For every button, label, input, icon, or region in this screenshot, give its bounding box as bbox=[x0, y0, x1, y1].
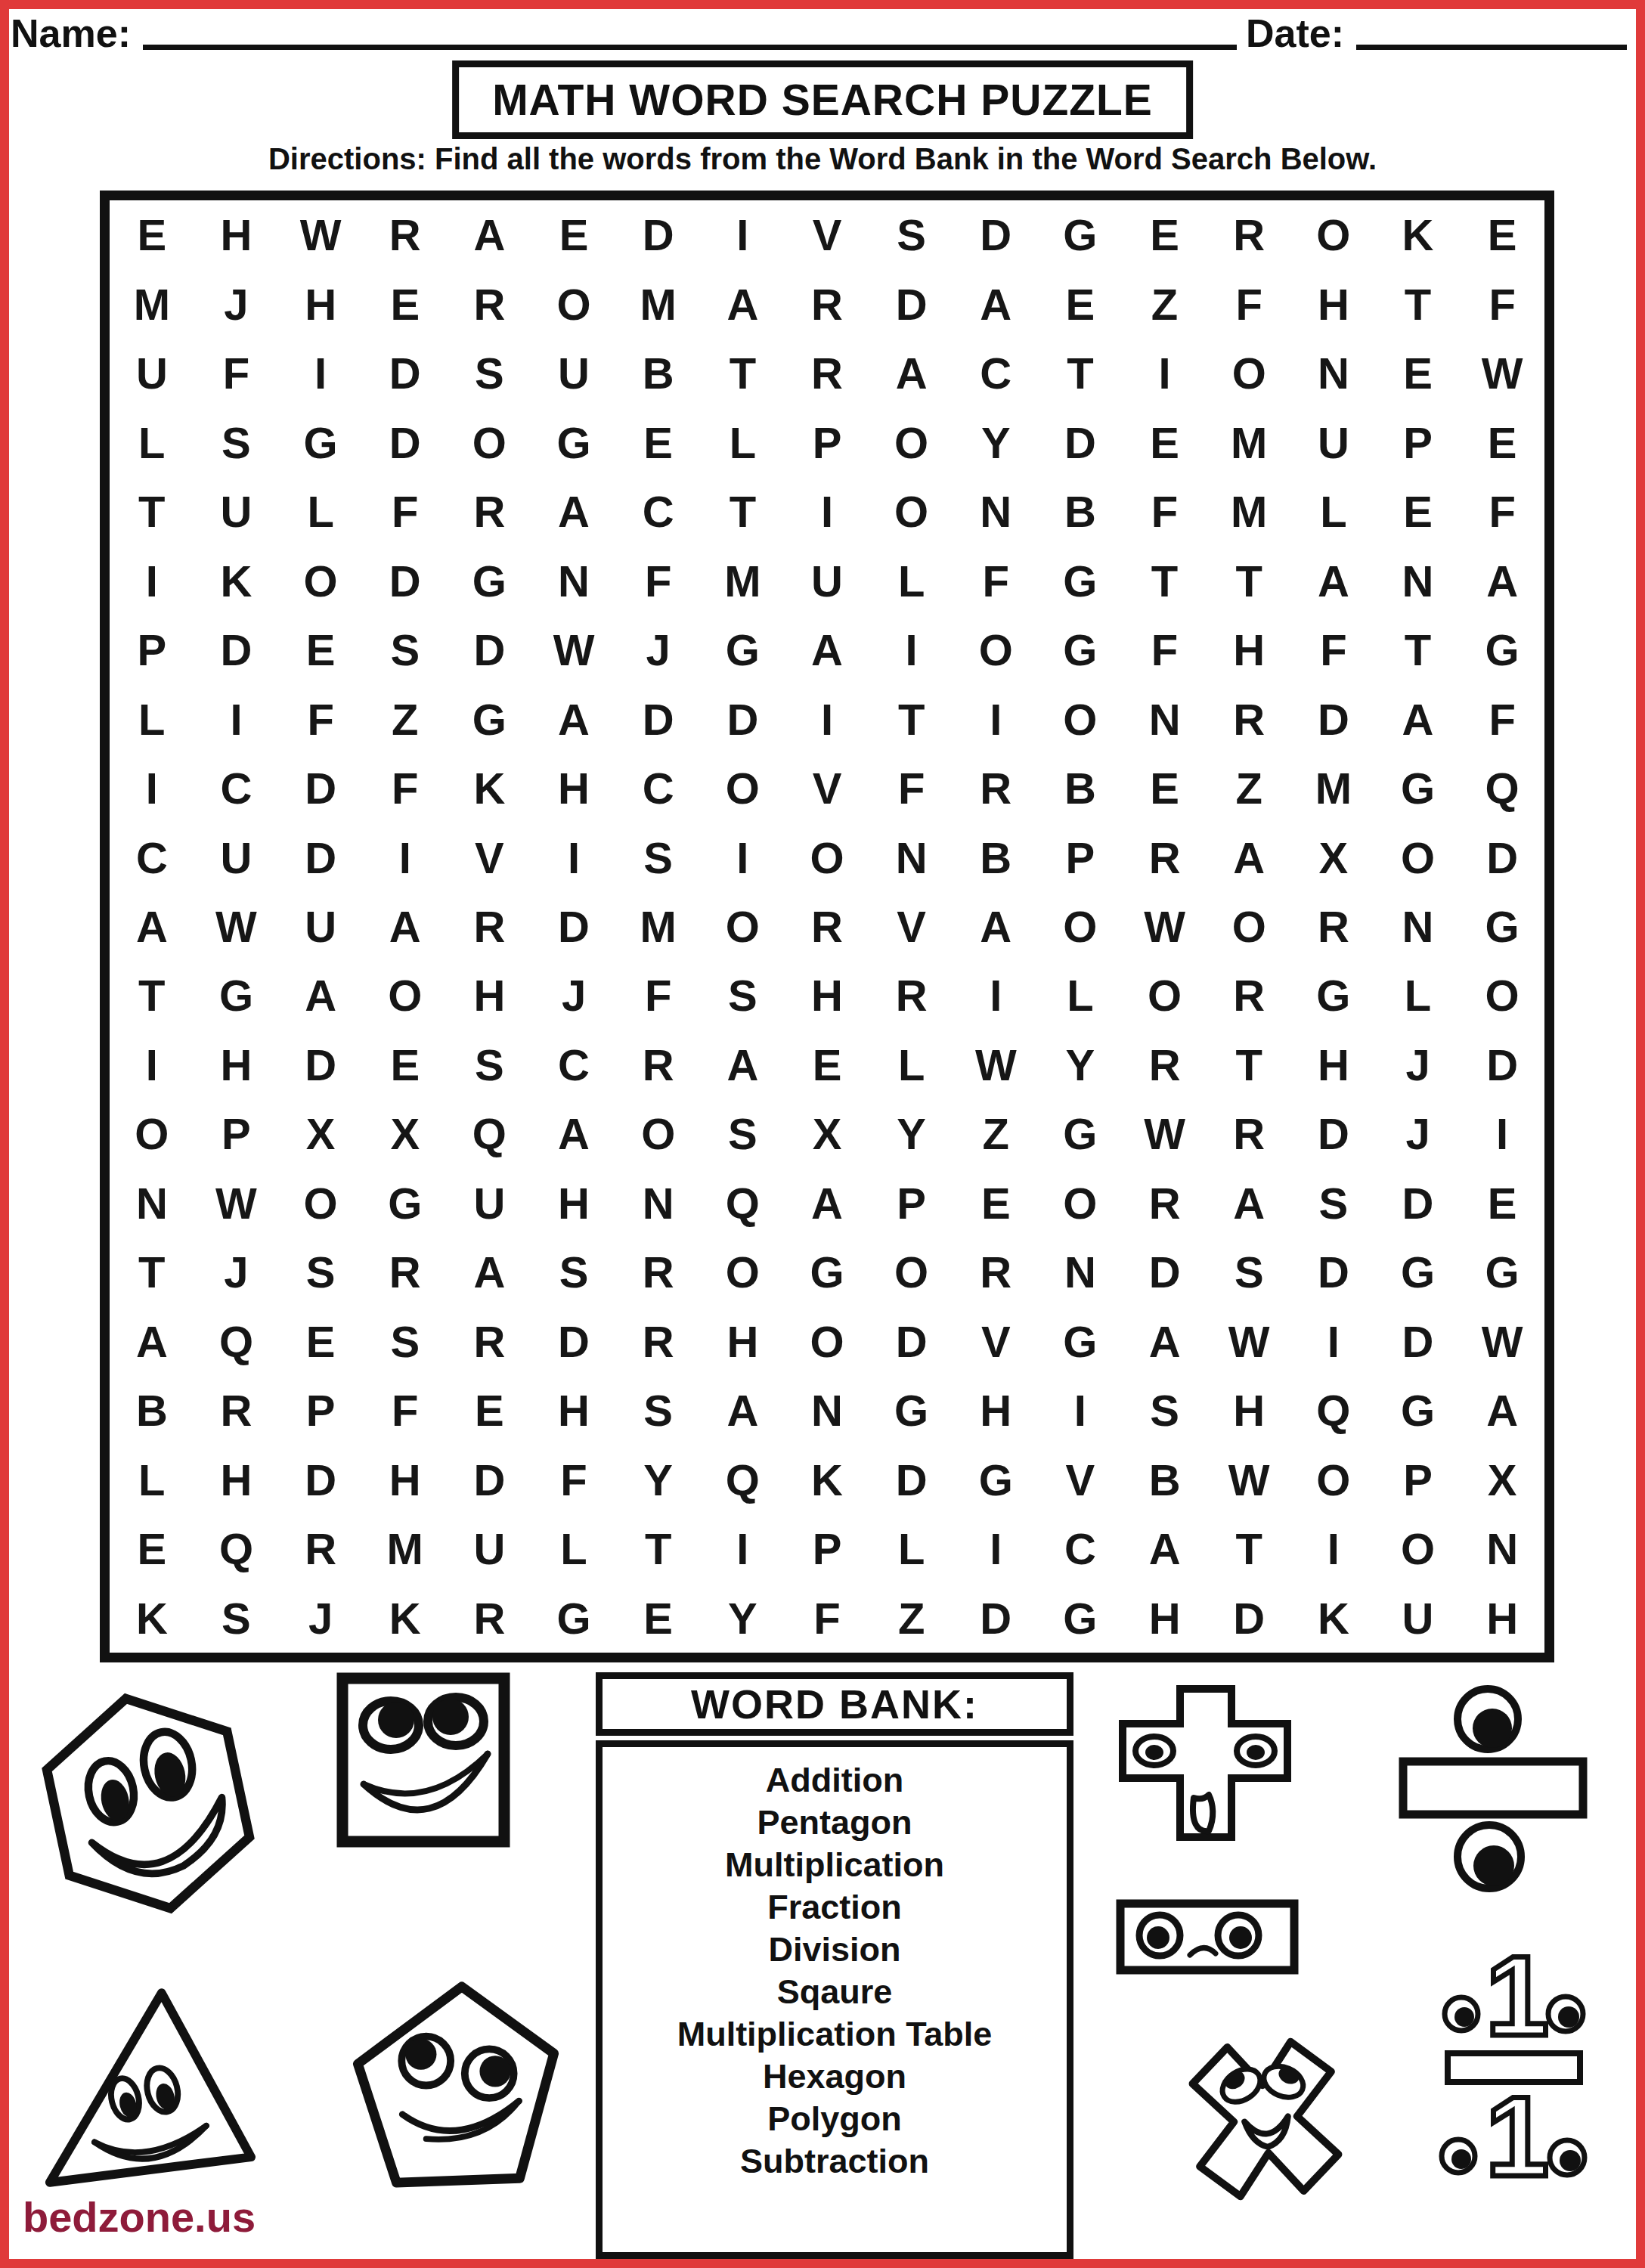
grid-cell-r14c8: S bbox=[701, 1099, 785, 1168]
grid-cell-r10c12: P bbox=[1038, 823, 1123, 891]
grid-cell-r13c13: R bbox=[1123, 1030, 1207, 1099]
grid-cell-r5c9: I bbox=[785, 477, 869, 546]
grid-cell-r11c6: D bbox=[531, 892, 616, 961]
grid-cell-r10c14: A bbox=[1207, 823, 1291, 891]
grid-cell-r5c1: T bbox=[110, 477, 194, 546]
grid-cell-r19c7: Y bbox=[616, 1445, 701, 1514]
grid-cell-r11c14: O bbox=[1207, 892, 1291, 961]
directions-text: Directions: Find all the words from the … bbox=[0, 142, 1645, 176]
grid-cell-r4c7: E bbox=[616, 407, 701, 476]
hexagon-face-icon bbox=[39, 1692, 257, 1915]
word-bank-word: Fraction bbox=[603, 1886, 1067, 1929]
grid-cell-r20c1: E bbox=[110, 1514, 194, 1583]
grid-cell-r4c12: D bbox=[1038, 407, 1123, 476]
grid-cell-r21c6: G bbox=[531, 1584, 616, 1653]
triangle-face-icon bbox=[41, 1987, 257, 2192]
header: Name: Date: bbox=[11, 11, 1627, 56]
grid-cell-r19c15: O bbox=[1291, 1445, 1376, 1514]
grid-cell-r4c8: L bbox=[701, 407, 785, 476]
grid-cell-r9c13: E bbox=[1123, 754, 1207, 823]
grid-cell-r6c7: F bbox=[616, 546, 701, 615]
grid-cell-r2c17: F bbox=[1460, 269, 1544, 338]
grid-cell-r21c10: Z bbox=[869, 1584, 954, 1653]
grid-cell-r13c14: T bbox=[1207, 1030, 1291, 1099]
grid-cell-r21c13: H bbox=[1123, 1584, 1207, 1653]
grid-cell-r6c2: K bbox=[194, 546, 279, 615]
grid-cell-r8c9: I bbox=[785, 684, 869, 753]
grid-cell-r13c12: Y bbox=[1038, 1030, 1123, 1099]
word-search-grid: EHWRAEDIVSDGEROKEMJHEROMARDAEZFHTFUFIDSU… bbox=[100, 191, 1554, 1662]
grid-cell-r12c5: H bbox=[448, 961, 532, 1030]
grid-cell-r12c17: O bbox=[1460, 961, 1544, 1030]
grid-cell-r6c3: O bbox=[278, 546, 363, 615]
division-sign-face-icon bbox=[1399, 1683, 1588, 1893]
grid-cell-r4c3: G bbox=[278, 407, 363, 476]
grid-cell-r9c2: C bbox=[194, 754, 279, 823]
grid-cell-r11c10: V bbox=[869, 892, 954, 961]
grid-cell-r4c16: P bbox=[1376, 407, 1461, 476]
grid-cell-r16c1: T bbox=[110, 1238, 194, 1306]
grid-cell-r16c11: R bbox=[953, 1238, 1038, 1306]
multiplication-sign-face-icon bbox=[1182, 2029, 1349, 2209]
grid-cell-r13c4: E bbox=[363, 1030, 448, 1099]
word-bank-word: Polygon bbox=[603, 2098, 1067, 2140]
grid-cell-r11c15: R bbox=[1291, 892, 1376, 961]
grid-cell-r5c16: E bbox=[1376, 477, 1461, 546]
grid-cell-r12c8: S bbox=[701, 961, 785, 1030]
grid-cell-r20c13: A bbox=[1123, 1514, 1207, 1583]
grid-cell-r19c1: L bbox=[110, 1445, 194, 1514]
grid-cell-r1c14: R bbox=[1207, 200, 1291, 269]
grid-cell-r14c7: O bbox=[616, 1099, 701, 1168]
grid-cell-r16c3: S bbox=[278, 1238, 363, 1306]
grid-cell-r21c1: K bbox=[110, 1584, 194, 1653]
grid-cell-r20c15: I bbox=[1291, 1514, 1376, 1583]
grid-cell-r3c6: U bbox=[531, 339, 616, 407]
grid-cell-r2c6: O bbox=[531, 269, 616, 338]
grid-cell-r16c15: D bbox=[1291, 1238, 1376, 1306]
grid-cell-r10c8: I bbox=[701, 823, 785, 891]
grid-cell-r14c10: Y bbox=[869, 1099, 954, 1168]
grid-cell-r9c4: F bbox=[363, 754, 448, 823]
grid-cell-r12c1: T bbox=[110, 961, 194, 1030]
page-title: MATH WORD SEARCH PUZZLE bbox=[452, 60, 1193, 139]
grid-cell-r4c10: O bbox=[869, 407, 954, 476]
grid-cell-r17c5: R bbox=[448, 1307, 532, 1376]
grid-cell-r17c14: W bbox=[1207, 1307, 1291, 1376]
grid-cell-r6c12: G bbox=[1038, 546, 1123, 615]
grid-cell-r7c7: J bbox=[616, 615, 701, 684]
grid-cell-r7c4: S bbox=[363, 615, 448, 684]
grid-cell-r7c5: D bbox=[448, 615, 532, 684]
grid-cell-r11c16: N bbox=[1376, 892, 1461, 961]
grid-cell-r7c13: F bbox=[1123, 615, 1207, 684]
grid-cell-r2c7: M bbox=[616, 269, 701, 338]
grid-cell-r8c10: T bbox=[869, 684, 954, 753]
grid-cell-r1c6: E bbox=[531, 200, 616, 269]
grid-cell-r4c11: Y bbox=[953, 407, 1038, 476]
grid-cell-r21c15: K bbox=[1291, 1584, 1376, 1653]
grid-cell-r5c7: C bbox=[616, 477, 701, 546]
grid-cell-r19c2: H bbox=[194, 1445, 279, 1514]
grid-cell-r20c7: T bbox=[616, 1514, 701, 1583]
grid-cell-r2c15: H bbox=[1291, 269, 1376, 338]
grid-cell-r11c9: R bbox=[785, 892, 869, 961]
grid-cell-r3c14: O bbox=[1207, 339, 1291, 407]
grid-cell-r10c16: O bbox=[1376, 823, 1461, 891]
grid-cell-r17c12: G bbox=[1038, 1307, 1123, 1376]
grid-cell-r20c2: Q bbox=[194, 1514, 279, 1583]
grid-cell-r1c15: O bbox=[1291, 200, 1376, 269]
grid-cell-r20c10: L bbox=[869, 1514, 954, 1583]
grid-cell-r19c11: G bbox=[953, 1445, 1038, 1514]
grid-cell-r17c7: R bbox=[616, 1307, 701, 1376]
grid-cell-r7c14: H bbox=[1207, 615, 1291, 684]
grid-cell-r17c17: W bbox=[1460, 1307, 1544, 1376]
grid-cell-r6c6: N bbox=[531, 546, 616, 615]
grid-cell-r2c8: A bbox=[701, 269, 785, 338]
grid-cell-r5c3: L bbox=[278, 477, 363, 546]
grid-cell-r8c13: N bbox=[1123, 684, 1207, 753]
grid-cell-r17c16: D bbox=[1376, 1307, 1461, 1376]
grid-cell-r13c8: A bbox=[701, 1030, 785, 1099]
grid-cell-r19c13: B bbox=[1123, 1445, 1207, 1514]
grid-cell-r4c6: G bbox=[531, 407, 616, 476]
grid-cell-r17c1: A bbox=[110, 1307, 194, 1376]
grid-cell-r10c6: I bbox=[531, 823, 616, 891]
grid-cell-r3c10: A bbox=[869, 339, 954, 407]
grid-cell-r18c10: G bbox=[869, 1376, 954, 1445]
grid-cell-r13c15: H bbox=[1291, 1030, 1376, 1099]
grid-cell-r10c9: O bbox=[785, 823, 869, 891]
grid-cell-r7c15: F bbox=[1291, 615, 1376, 684]
name-label: Name: bbox=[11, 11, 131, 56]
grid-cell-r14c13: W bbox=[1123, 1099, 1207, 1168]
grid-cell-r9c8: O bbox=[701, 754, 785, 823]
grid-cell-r8c4: Z bbox=[363, 684, 448, 753]
grid-cell-r6c16: N bbox=[1376, 546, 1461, 615]
grid-cell-r12c13: O bbox=[1123, 961, 1207, 1030]
grid-cell-r18c9: N bbox=[785, 1376, 869, 1445]
grid-cell-r18c5: E bbox=[448, 1376, 532, 1445]
grid-cell-r9c9: V bbox=[785, 754, 869, 823]
grid-cell-r8c15: D bbox=[1291, 684, 1376, 753]
grid-cell-r7c11: O bbox=[953, 615, 1038, 684]
word-bank-title: WORD BANK: bbox=[596, 1672, 1073, 1736]
grid-cell-r19c4: H bbox=[363, 1445, 448, 1514]
grid-cell-r7c17: G bbox=[1460, 615, 1544, 684]
grid-cell-r20c14: T bbox=[1207, 1514, 1291, 1583]
grid-cell-r12c4: O bbox=[363, 961, 448, 1030]
grid-cell-r16c5: A bbox=[448, 1238, 532, 1306]
grid-cell-r1c1: E bbox=[110, 200, 194, 269]
word-bank-word: Division bbox=[603, 1929, 1067, 1971]
grid-cell-r7c1: P bbox=[110, 615, 194, 684]
grid-cell-r7c12: G bbox=[1038, 615, 1123, 684]
grid-cell-r5c11: N bbox=[953, 477, 1038, 546]
word-bank-word: Sqaure bbox=[603, 1971, 1067, 2013]
grid-cell-r7c16: T bbox=[1376, 615, 1461, 684]
grid-cell-r17c9: O bbox=[785, 1307, 869, 1376]
grid-cell-r10c1: C bbox=[110, 823, 194, 891]
grid-cell-r2c12: E bbox=[1038, 269, 1123, 338]
grid-cell-r15c6: H bbox=[531, 1169, 616, 1238]
grid-cell-r12c10: R bbox=[869, 961, 954, 1030]
grid-cell-r16c12: N bbox=[1038, 1238, 1123, 1306]
grid-cell-r6c14: T bbox=[1207, 546, 1291, 615]
grid-cell-r4c15: U bbox=[1291, 407, 1376, 476]
grid-cell-r2c10: D bbox=[869, 269, 954, 338]
grid-cell-r15c3: O bbox=[278, 1169, 363, 1238]
grid-cell-r15c8: Q bbox=[701, 1169, 785, 1238]
grid-cell-r18c17: A bbox=[1460, 1376, 1544, 1445]
grid-cell-r1c13: E bbox=[1123, 200, 1207, 269]
grid-cell-r16c4: R bbox=[363, 1238, 448, 1306]
grid-cell-r9c7: C bbox=[616, 754, 701, 823]
grid-cell-r18c3: P bbox=[278, 1376, 363, 1445]
grid-cell-r9c12: B bbox=[1038, 754, 1123, 823]
grid-cell-r7c10: I bbox=[869, 615, 954, 684]
plus-sign-face-icon bbox=[1118, 1684, 1292, 1842]
grid-cell-r17c11: V bbox=[953, 1307, 1038, 1376]
grid-cell-r2c14: F bbox=[1207, 269, 1291, 338]
grid-cell-r9c15: M bbox=[1291, 754, 1376, 823]
grid-cell-r21c7: E bbox=[616, 1584, 701, 1653]
grid-cell-r16c7: R bbox=[616, 1238, 701, 1306]
grid-cell-r10c11: B bbox=[953, 823, 1038, 891]
minus-sign-face-icon bbox=[1116, 1899, 1299, 1975]
grid-cell-r11c1: A bbox=[110, 892, 194, 961]
grid-cell-r7c2: D bbox=[194, 615, 279, 684]
grid-cell-r13c7: R bbox=[616, 1030, 701, 1099]
grid-cell-r19c10: D bbox=[869, 1445, 954, 1514]
grid-cell-r20c16: O bbox=[1376, 1514, 1461, 1583]
grid-cell-r10c15: X bbox=[1291, 823, 1376, 891]
grid-cell-r12c14: R bbox=[1207, 961, 1291, 1030]
grid-cell-r16c14: S bbox=[1207, 1238, 1291, 1306]
grid-cell-r2c1: M bbox=[110, 269, 194, 338]
grid-cell-r21c12: G bbox=[1038, 1584, 1123, 1653]
grid-cell-r6c9: U bbox=[785, 546, 869, 615]
grid-cell-r4c1: L bbox=[110, 407, 194, 476]
grid-cell-r12c9: H bbox=[785, 961, 869, 1030]
grid-cell-r1c12: G bbox=[1038, 200, 1123, 269]
grid-cell-r6c17: A bbox=[1460, 546, 1544, 615]
grid-cell-r12c3: A bbox=[278, 961, 363, 1030]
grid-cell-r5c5: R bbox=[448, 477, 532, 546]
grid-cell-r5c2: U bbox=[194, 477, 279, 546]
grid-cell-r19c5: D bbox=[448, 1445, 532, 1514]
grid-cell-r11c3: U bbox=[278, 892, 363, 961]
grid-cell-r3c1: U bbox=[110, 339, 194, 407]
grid-cell-r7c8: G bbox=[701, 615, 785, 684]
grid-cell-r12c6: J bbox=[531, 961, 616, 1030]
grid-cell-r9c6: H bbox=[531, 754, 616, 823]
grid-cell-r3c4: D bbox=[363, 339, 448, 407]
word-bank-word: Multiplication Table bbox=[603, 2013, 1067, 2056]
grid-cell-r6c15: A bbox=[1291, 546, 1376, 615]
grid-cell-r8c2: I bbox=[194, 684, 279, 753]
grid-cell-r14c4: X bbox=[363, 1099, 448, 1168]
grid-cell-r15c5: U bbox=[448, 1169, 532, 1238]
grid-cell-r15c7: N bbox=[616, 1169, 701, 1238]
grid-cell-r21c4: K bbox=[363, 1584, 448, 1653]
date-line bbox=[1356, 42, 1627, 50]
one-over-one-fraction-face-icon: 1 1 bbox=[1431, 1937, 1594, 2197]
grid-cell-r13c2: H bbox=[194, 1030, 279, 1099]
grid-cell-r13c16: J bbox=[1376, 1030, 1461, 1099]
word-bank-word: Hexagon bbox=[603, 2056, 1067, 2098]
grid-cell-r6c13: T bbox=[1123, 546, 1207, 615]
grid-cell-r15c9: A bbox=[785, 1169, 869, 1238]
grid-cell-r1c9: V bbox=[785, 200, 869, 269]
grid-cell-r3c11: C bbox=[953, 339, 1038, 407]
grid-cell-r17c2: Q bbox=[194, 1307, 279, 1376]
grid-cell-r20c11: I bbox=[953, 1514, 1038, 1583]
grid-cell-r3c12: T bbox=[1038, 339, 1123, 407]
grid-cell-r19c3: D bbox=[278, 1445, 363, 1514]
grid-cell-r11c13: W bbox=[1123, 892, 1207, 961]
grid-cell-r4c17: E bbox=[1460, 407, 1544, 476]
grid-cell-r18c11: H bbox=[953, 1376, 1038, 1445]
grid-cell-r12c12: L bbox=[1038, 961, 1123, 1030]
grid-cell-r11c8: O bbox=[701, 892, 785, 961]
grid-cell-r15c4: G bbox=[363, 1169, 448, 1238]
grid-cell-r14c2: P bbox=[194, 1099, 279, 1168]
grid-cell-r11c7: M bbox=[616, 892, 701, 961]
grid-cell-r7c3: E bbox=[278, 615, 363, 684]
worksheet-page: Name: Date: MATH WORD SEARCH PUZZLE Dire… bbox=[0, 0, 1645, 2268]
grid-cell-r13c3: D bbox=[278, 1030, 363, 1099]
grid-cell-r15c15: S bbox=[1291, 1169, 1376, 1238]
grid-cell-r21c9: F bbox=[785, 1584, 869, 1653]
grid-cell-r5c12: B bbox=[1038, 477, 1123, 546]
grid-cell-r13c10: L bbox=[869, 1030, 954, 1099]
grid-cell-r8c16: A bbox=[1376, 684, 1461, 753]
grid-cell-r3c7: B bbox=[616, 339, 701, 407]
grid-cell-r9c10: F bbox=[869, 754, 954, 823]
grid-cell-r13c1: I bbox=[110, 1030, 194, 1099]
grid-cell-r11c17: G bbox=[1460, 892, 1544, 961]
grid-cell-r21c2: S bbox=[194, 1584, 279, 1653]
svg-text:1: 1 bbox=[1485, 2073, 1548, 2197]
grid-cell-r16c6: S bbox=[531, 1238, 616, 1306]
grid-cell-r3c16: E bbox=[1376, 339, 1461, 407]
grid-cell-r18c4: F bbox=[363, 1376, 448, 1445]
grid-cell-r15c14: A bbox=[1207, 1169, 1291, 1238]
grid-cell-r18c2: R bbox=[194, 1376, 279, 1445]
grid-cell-r10c4: I bbox=[363, 823, 448, 891]
grid-cell-r5c14: M bbox=[1207, 477, 1291, 546]
grid-cell-r9c11: R bbox=[953, 754, 1038, 823]
grid-cell-r21c11: D bbox=[953, 1584, 1038, 1653]
grid-cell-r2c16: T bbox=[1376, 269, 1461, 338]
grid-cell-r21c17: H bbox=[1460, 1584, 1544, 1653]
grid-cell-r10c2: U bbox=[194, 823, 279, 891]
grid-cell-r20c12: C bbox=[1038, 1514, 1123, 1583]
word-bank-word: Multiplication bbox=[603, 1844, 1067, 1886]
grid-cell-r9c1: I bbox=[110, 754, 194, 823]
grid-cell-r7c6: W bbox=[531, 615, 616, 684]
grid-cell-r1c5: A bbox=[448, 200, 532, 269]
grid-cell-r16c8: O bbox=[701, 1238, 785, 1306]
grid-cell-r8c11: I bbox=[953, 684, 1038, 753]
grid-cell-r2c3: H bbox=[278, 269, 363, 338]
grid-cell-r20c4: M bbox=[363, 1514, 448, 1583]
grid-cell-r2c11: A bbox=[953, 269, 1038, 338]
grid-cell-r15c12: O bbox=[1038, 1169, 1123, 1238]
grid-cell-r6c4: D bbox=[363, 546, 448, 615]
grid-cell-r10c10: N bbox=[869, 823, 954, 891]
grid-cell-r5c13: F bbox=[1123, 477, 1207, 546]
grid-cell-r14c15: D bbox=[1291, 1099, 1376, 1168]
grid-cell-r2c5: R bbox=[448, 269, 532, 338]
grid-cell-r5c10: O bbox=[869, 477, 954, 546]
grid-cell-r8c6: A bbox=[531, 684, 616, 753]
word-bank-word: Addition bbox=[603, 1759, 1067, 1802]
grid-cell-r20c5: U bbox=[448, 1514, 532, 1583]
grid-cell-r9c14: Z bbox=[1207, 754, 1291, 823]
grid-cell-r14c16: J bbox=[1376, 1099, 1461, 1168]
grid-cell-r4c2: S bbox=[194, 407, 279, 476]
grid-cell-r3c8: T bbox=[701, 339, 785, 407]
grid-cell-r12c15: G bbox=[1291, 961, 1376, 1030]
word-bank-word: Pentagon bbox=[603, 1802, 1067, 1844]
grid-cell-r17c15: I bbox=[1291, 1307, 1376, 1376]
grid-cell-r21c3: J bbox=[278, 1584, 363, 1653]
grid-cell-r19c6: F bbox=[531, 1445, 616, 1514]
grid-cell-r19c14: W bbox=[1207, 1445, 1291, 1514]
grid-cell-r1c11: D bbox=[953, 200, 1038, 269]
grid-cell-r21c16: U bbox=[1376, 1584, 1461, 1653]
grid-cell-r1c4: R bbox=[363, 200, 448, 269]
grid-cell-r13c5: S bbox=[448, 1030, 532, 1099]
grid-cell-r19c16: P bbox=[1376, 1445, 1461, 1514]
grid-cell-r15c1: N bbox=[110, 1169, 194, 1238]
grid-cell-r6c5: G bbox=[448, 546, 532, 615]
grid-cell-r19c17: X bbox=[1460, 1445, 1544, 1514]
grid-cell-r3c5: S bbox=[448, 339, 532, 407]
grid-cell-r16c16: G bbox=[1376, 1238, 1461, 1306]
grid-cell-r16c13: D bbox=[1123, 1238, 1207, 1306]
square-face-icon bbox=[336, 1672, 510, 1848]
grid-cell-r12c16: L bbox=[1376, 961, 1461, 1030]
grid-cell-r20c17: N bbox=[1460, 1514, 1544, 1583]
grid-cell-r20c8: I bbox=[701, 1514, 785, 1583]
word-bank-word: Subtraction bbox=[603, 2140, 1067, 2183]
grid-cell-r21c5: R bbox=[448, 1584, 532, 1653]
grid-cell-r18c16: G bbox=[1376, 1376, 1461, 1445]
grid-cell-r3c13: I bbox=[1123, 339, 1207, 407]
grid-cell-r10c17: D bbox=[1460, 823, 1544, 891]
grid-cell-r8c8: D bbox=[701, 684, 785, 753]
grid-cell-r8c3: F bbox=[278, 684, 363, 753]
grid-cell-r4c9: P bbox=[785, 407, 869, 476]
grid-cell-r4c14: M bbox=[1207, 407, 1291, 476]
grid-cell-r17c10: D bbox=[869, 1307, 954, 1376]
grid-cell-r1c10: S bbox=[869, 200, 954, 269]
grid-cell-r15c13: R bbox=[1123, 1169, 1207, 1238]
grid-cell-r18c15: Q bbox=[1291, 1376, 1376, 1445]
grid-cell-r15c11: E bbox=[953, 1169, 1038, 1238]
grid-cell-r20c9: P bbox=[785, 1514, 869, 1583]
name-line bbox=[143, 42, 1237, 50]
grid-cell-r18c7: S bbox=[616, 1376, 701, 1445]
grid-cell-r4c4: D bbox=[363, 407, 448, 476]
grid-cell-r12c7: F bbox=[616, 961, 701, 1030]
grid-cell-r11c5: R bbox=[448, 892, 532, 961]
grid-cell-r17c4: S bbox=[363, 1307, 448, 1376]
